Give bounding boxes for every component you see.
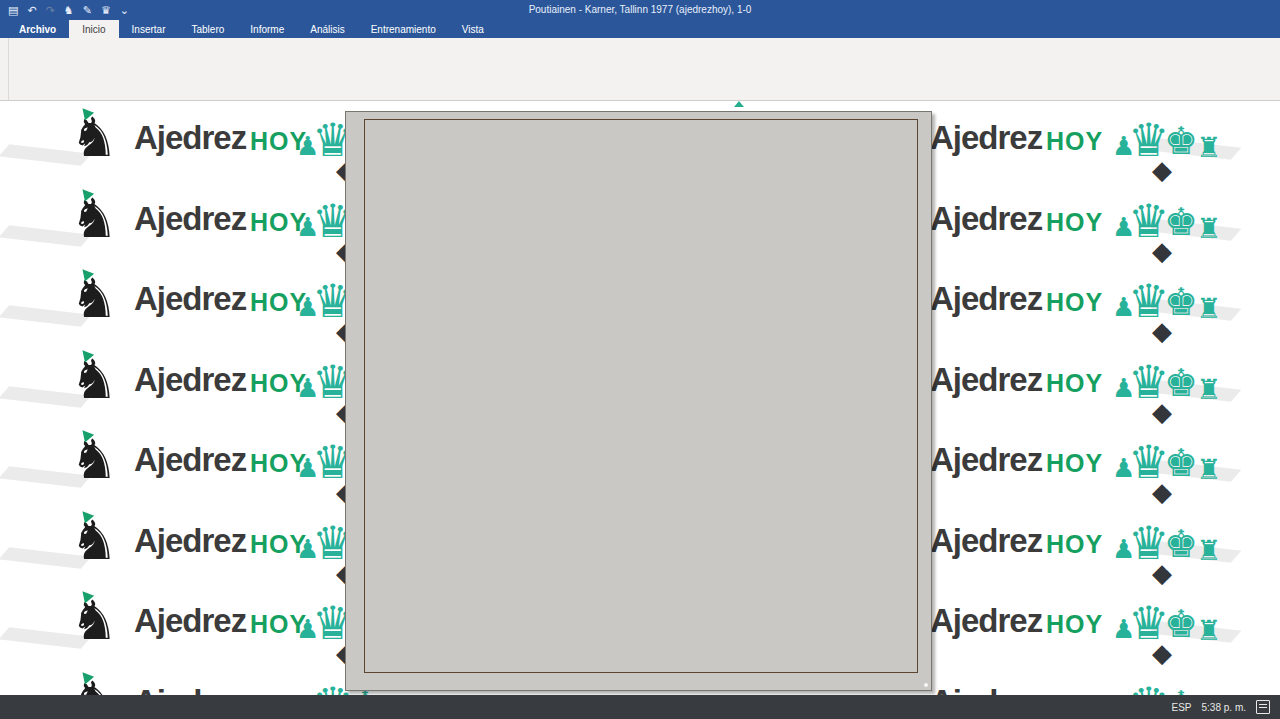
quick-access-toolbar: ▤↶↷♞✎♛⌄ <box>8 0 129 20</box>
knight-accent <box>78 265 94 281</box>
chess-board[interactable] <box>364 119 918 673</box>
brand-text: Ajedrez <box>930 200 1042 238</box>
knight-accent <box>78 507 94 523</box>
teal-piece-icon: ♜ <box>1196 453 1221 486</box>
brand-knight-icon: ♞ <box>70 349 118 411</box>
resize-grip[interactable] <box>924 683 928 687</box>
clock[interactable]: 5:38 p. m. <box>1202 702 1246 713</box>
ribbon-group <box>0 38 9 100</box>
knight-accent <box>78 104 94 120</box>
brand-text: Ajedrez <box>134 602 246 640</box>
brand-text: Ajedrez <box>930 441 1042 479</box>
knight-accent <box>78 587 94 603</box>
brand-knight-icon: ♞ <box>70 268 118 330</box>
tab-entrenamiento[interactable]: Entrenamiento <box>358 20 449 38</box>
teal-piece-icon: ♜ <box>1196 534 1221 567</box>
brand-accent-text: HOY <box>1046 208 1103 237</box>
brand-knight-icon: ♞ <box>70 510 118 572</box>
window-title: Poutiainen - Karner, Tallinn 1977 (ajedr… <box>200 0 1080 20</box>
teal-piece-icon: ♜ <box>1196 373 1221 406</box>
teal-piece-icon: ◆ <box>1152 155 1172 185</box>
board-setup-icon[interactable]: ♞ <box>64 4 74 17</box>
undo-icon[interactable]: ↶ <box>27 4 36 17</box>
tab-inicio[interactable]: Inicio <box>69 20 118 38</box>
language-indicator[interactable]: ESP <box>1172 702 1192 713</box>
teal-piece-icon: ◆ <box>1152 558 1172 588</box>
teal-piece-icon: ♜ <box>1196 292 1221 325</box>
brand-accent-text: HOY <box>1046 369 1103 398</box>
teal-piece-icon: ♜ <box>1196 614 1221 647</box>
teal-piece-icon: ◆ <box>1152 638 1172 668</box>
brand-accent-text: HOY <box>1046 610 1103 639</box>
tab-tablero[interactable]: Tablero <box>179 20 238 38</box>
brand-text: Ajedrez <box>930 280 1042 318</box>
desktop: { "game": "chess", "position": { "fen": … <box>0 0 1280 719</box>
brand-accent-text: HOY <box>1046 127 1103 156</box>
brand-text: Ajedrez <box>134 119 246 157</box>
system-tray: ESP 5:38 p. m. <box>1162 695 1280 719</box>
brand-accent-text: HOY <box>1046 288 1103 317</box>
knight-accent <box>78 668 94 684</box>
piece-icon[interactable]: ♛ <box>101 4 111 17</box>
brand-text: Ajedrez <box>930 522 1042 560</box>
teal-piece-icon: ◆ <box>1152 397 1172 427</box>
brand-text: Ajedrez <box>134 280 246 318</box>
brand-knight-icon: ♞ <box>70 590 118 652</box>
tab-insertar[interactable]: Insertar <box>119 20 179 38</box>
brand-text: Ajedrez <box>134 361 246 399</box>
knight-accent <box>78 426 94 442</box>
tab-vista[interactable]: Vista <box>449 20 497 38</box>
brand-accent-text: HOY <box>1046 449 1103 478</box>
brand-text: Ajedrez <box>930 602 1042 640</box>
brand-text: Ajedrez <box>134 522 246 560</box>
teal-piece-icon: ♜ <box>1196 212 1221 245</box>
customize-chevron-icon[interactable]: ⌄ <box>120 4 129 17</box>
tab-análisis[interactable]: Análisis <box>297 20 357 38</box>
brand-knight-icon: ♞ <box>70 188 118 250</box>
board-window <box>345 111 932 691</box>
brand-knight-icon: ♞ <box>70 107 118 169</box>
brand-text: Ajedrez <box>134 200 246 238</box>
ribbon <box>0 38 1280 101</box>
action-center-icon[interactable] <box>1256 700 1270 714</box>
taskbar: ESP 5:38 p. m. <box>0 695 1280 719</box>
title-bar: ▤↶↷♞✎♛⌄ Poutiainen - Karner, Tallinn 197… <box>0 0 1280 20</box>
redo-icon[interactable]: ↷ <box>46 4 55 17</box>
teal-piece-icon: ♜ <box>1196 131 1221 164</box>
ribbon-tabs: ArchivoInicioInsertarTableroInformeAnáli… <box>0 20 1280 38</box>
ribbon-pin-indicator <box>734 101 744 107</box>
brand-knight-icon: ♞ <box>70 429 118 491</box>
brand-text: Ajedrez <box>930 361 1042 399</box>
teal-piece-icon: ◆ <box>1152 236 1172 266</box>
tab-archivo[interactable]: Archivo <box>6 20 69 38</box>
save-icon[interactable]: ▤ <box>8 4 18 17</box>
tab-informe[interactable]: Informe <box>237 20 297 38</box>
brand-accent-text: HOY <box>1046 530 1103 559</box>
knight-accent <box>78 346 94 362</box>
teal-piece-icon: ◆ <box>1152 316 1172 346</box>
brand-text: Ajedrez <box>930 119 1042 157</box>
brand-text: Ajedrez <box>134 441 246 479</box>
tools-icon[interactable]: ✎ <box>83 4 92 17</box>
teal-piece-icon: ◆ <box>1152 477 1172 507</box>
knight-accent <box>78 185 94 201</box>
